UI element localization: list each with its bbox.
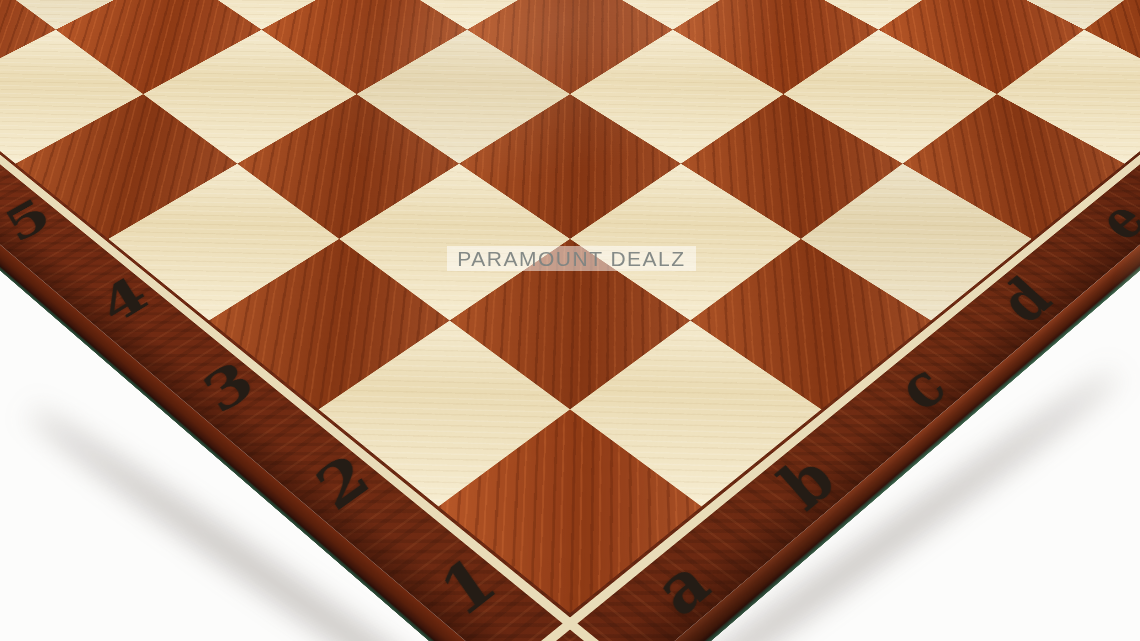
product-photo: 12345678 abcdefgh PARAMOUNT DEALZ xyxy=(0,0,1140,641)
watermark: PARAMOUNT DEALZ xyxy=(447,246,696,271)
perspective-scene: 12345678 abcdefgh xyxy=(0,0,1140,641)
board-top-face: 12345678 abcdefgh xyxy=(0,0,1140,641)
watermark-text: PARAMOUNT DEALZ xyxy=(457,247,685,271)
chess-board: 12345678 abcdefgh xyxy=(0,0,1140,641)
